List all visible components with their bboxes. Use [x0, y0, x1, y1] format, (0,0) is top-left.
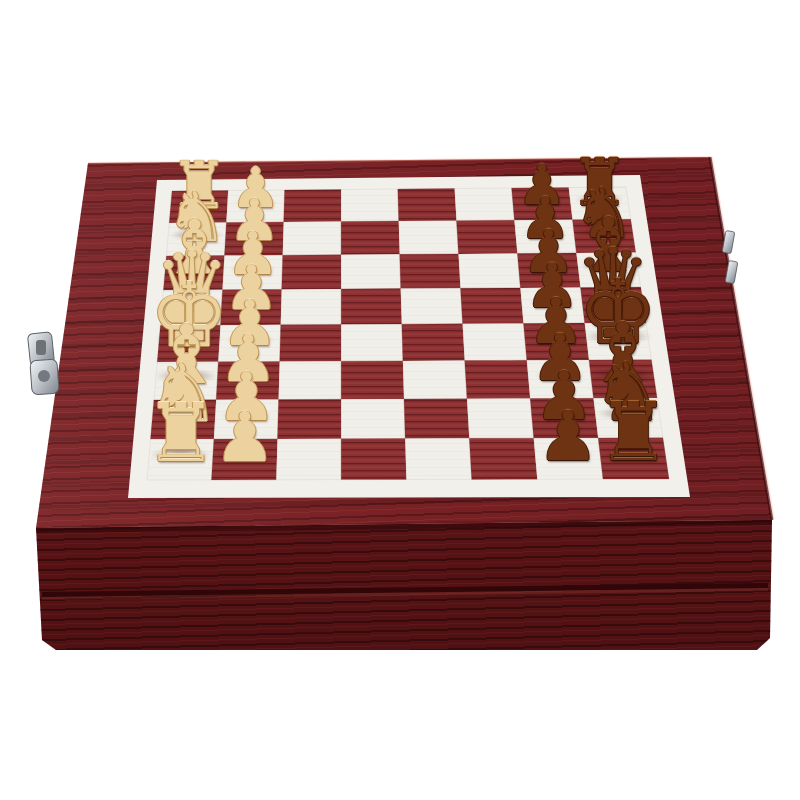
box-lid-glare	[0, 0, 800, 800]
latch-lower-plate	[30, 359, 59, 395]
latch-ring	[38, 370, 50, 382]
product-photo: ♜♟♟♜♞♟♟♞♝♟♟♝♛♟♟♛♚♟♟♚♝♟♟♝♞♟♟♞♜♟♟♜	[0, 0, 800, 800]
latch-upper-plate	[27, 332, 54, 366]
latch-clasp	[27, 332, 59, 395]
latch-slot	[36, 340, 46, 355]
